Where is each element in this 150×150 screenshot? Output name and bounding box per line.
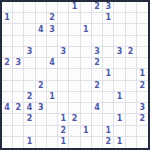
cell-r8c6[interactable] xyxy=(69,92,80,103)
cell-r7c6[interactable] xyxy=(69,81,80,92)
clue-cell-r4c5: 3 xyxy=(58,47,69,58)
cell-r10c7[interactable] xyxy=(81,114,92,125)
cell-r7c7[interactable] xyxy=(81,81,92,92)
cell-r3c12[interactable] xyxy=(137,36,148,47)
cell-r12c11[interactable] xyxy=(126,137,137,148)
cell-r4c9[interactable] xyxy=(103,47,114,58)
cell-r11c3[interactable] xyxy=(36,126,47,137)
clue-cell-r2c3: 4 xyxy=(36,24,47,35)
cell-r3c11[interactable] xyxy=(126,36,137,47)
cell-r0c1[interactable] xyxy=(13,2,24,13)
cell-r12c6[interactable] xyxy=(69,137,80,148)
clue-cell-r6c12: 1 xyxy=(137,69,148,80)
cell-r4c6[interactable] xyxy=(69,47,80,58)
clue-cell-r2c4: 3 xyxy=(47,24,58,35)
cell-r1c1[interactable] xyxy=(13,13,24,24)
cell-r10c9[interactable] xyxy=(103,114,114,125)
clue-cell-r8c10: 1 xyxy=(114,92,125,103)
cell-r3c9[interactable] xyxy=(103,36,114,47)
clue-cell-r5c8: 2 xyxy=(92,58,103,69)
clue-cell-r1c9: 1 xyxy=(103,13,114,24)
cell-r8c8[interactable] xyxy=(92,92,103,103)
cell-r0c0[interactable] xyxy=(2,2,13,13)
cell-r2c5[interactable] xyxy=(58,24,69,35)
cell-r0c7[interactable] xyxy=(81,2,92,13)
clue-cell-r10c10: 1 xyxy=(114,114,125,125)
clue-cell-r8c4: 1 xyxy=(47,92,58,103)
clue-cell-r0c8: 2 xyxy=(92,2,103,13)
cell-r7c2[interactable] xyxy=(24,81,35,92)
cell-r5c3[interactable] xyxy=(36,58,47,69)
cell-r12c0[interactable] xyxy=(2,137,13,148)
puzzle-board: 1231214313333223421122221142434321212211… xyxy=(0,0,150,150)
cell-r0c11[interactable] xyxy=(126,2,137,13)
cell-r1c10[interactable] xyxy=(114,13,125,24)
cell-r7c11[interactable] xyxy=(126,81,137,92)
clue-cell-r10c12: 2 xyxy=(137,114,148,125)
clue-cell-r7c8: 2 xyxy=(92,81,103,92)
cell-r2c0[interactable] xyxy=(2,24,13,35)
clue-cell-r11c7: 1 xyxy=(81,126,92,137)
cell-r8c3[interactable] xyxy=(36,92,47,103)
cell-r12c1[interactable] xyxy=(13,137,24,148)
cell-r0c2[interactable] xyxy=(24,2,35,13)
cell-r6c8[interactable] xyxy=(92,69,103,80)
cell-r1c3[interactable] xyxy=(36,13,47,24)
clue-cell-r7c3: 2 xyxy=(36,81,47,92)
cell-r5c9[interactable] xyxy=(103,58,114,69)
clue-cell-r9c0: 4 xyxy=(2,103,13,114)
clue-cell-r11c5: 2 xyxy=(58,126,69,137)
cell-r2c11[interactable] xyxy=(126,24,137,35)
clue-cell-r1c0: 1 xyxy=(2,13,13,24)
clue-cell-r5c4: 4 xyxy=(47,58,58,69)
cell-r3c4[interactable] xyxy=(47,36,58,47)
clue-cell-r12c5: 1 xyxy=(58,137,69,148)
cell-r12c4[interactable] xyxy=(47,137,58,148)
clue-cell-r4c10: 3 xyxy=(114,47,125,58)
cell-r11c6[interactable] xyxy=(69,126,80,137)
cell-r12c7[interactable] xyxy=(81,137,92,148)
cell-r9c6[interactable] xyxy=(69,103,80,114)
cell-r3c3[interactable] xyxy=(36,36,47,47)
cell-r5c12[interactable] xyxy=(137,58,148,69)
cell-r8c0[interactable] xyxy=(2,92,13,103)
cell-r5c5[interactable] xyxy=(58,58,69,69)
cell-r0c4[interactable] xyxy=(47,2,58,13)
cell-r1c6[interactable] xyxy=(69,13,80,24)
clue-cell-r10c5: 1 xyxy=(58,114,69,125)
cell-r11c12[interactable] xyxy=(137,126,148,137)
clue-cell-r5c1: 3 xyxy=(13,58,24,69)
cell-r10c3[interactable] xyxy=(36,114,47,125)
cell-r6c4[interactable] xyxy=(47,69,58,80)
cell-r6c5[interactable] xyxy=(58,69,69,80)
cell-r5c7[interactable] xyxy=(81,58,92,69)
clue-cell-r9c2: 4 xyxy=(24,103,35,114)
cell-r0c10[interactable] xyxy=(114,2,125,13)
clue-cell-r9c12: 3 xyxy=(137,103,148,114)
cell-r7c4[interactable] xyxy=(47,81,58,92)
clue-cell-r4c2: 3 xyxy=(24,47,35,58)
cell-r12c3[interactable] xyxy=(36,137,47,148)
clue-cell-r2c7: 1 xyxy=(81,24,92,35)
cell-r11c1[interactable] xyxy=(13,126,24,137)
clue-cell-r12c2: 1 xyxy=(24,137,35,148)
clue-cell-r10c2: 2 xyxy=(24,114,35,125)
cell-r9c10[interactable] xyxy=(114,103,125,114)
clue-cell-r6c9: 1 xyxy=(103,69,114,80)
cell-r10c1[interactable] xyxy=(13,114,24,125)
cell-r11c2[interactable] xyxy=(24,126,35,137)
cell-r8c1[interactable] xyxy=(13,92,24,103)
clue-cell-r1c4: 2 xyxy=(47,13,58,24)
cell-r8c7[interactable] xyxy=(81,92,92,103)
cell-r11c4[interactable] xyxy=(47,126,58,137)
cell-r9c11[interactable] xyxy=(126,103,137,114)
cell-r7c1[interactable] xyxy=(13,81,24,92)
cell-r1c12[interactable] xyxy=(137,13,148,24)
cell-r6c10[interactable] xyxy=(114,69,125,80)
cell-r11c0[interactable] xyxy=(2,126,13,137)
cell-r0c3[interactable] xyxy=(36,2,47,13)
cell-r2c8[interactable] xyxy=(92,24,103,35)
cell-r5c6[interactable] xyxy=(69,58,80,69)
clue-cell-r9c1: 2 xyxy=(13,103,24,114)
cell-r10c4[interactable] xyxy=(47,114,58,125)
cell-r3c7[interactable] xyxy=(81,36,92,47)
cell-r9c4[interactable] xyxy=(47,103,58,114)
clue-cell-r9c3: 3 xyxy=(36,103,47,114)
cell-r0c5[interactable] xyxy=(58,2,69,13)
cell-r9c5[interactable] xyxy=(58,103,69,114)
cell-r3c0[interactable] xyxy=(2,36,13,47)
cell-r2c9[interactable] xyxy=(103,24,114,35)
cell-r6c3[interactable] xyxy=(36,69,47,80)
cell-r3c10[interactable] xyxy=(114,36,125,47)
cell-r10c11[interactable] xyxy=(126,114,137,125)
clue-cell-r9c8: 4 xyxy=(92,103,103,114)
cell-r10c0[interactable] xyxy=(2,114,13,125)
clue-cell-r7c12: 2 xyxy=(137,81,148,92)
cell-r6c0[interactable] xyxy=(2,69,13,80)
cell-r1c11[interactable] xyxy=(126,13,137,24)
cell-r4c1[interactable] xyxy=(13,47,24,58)
cell-r11c11[interactable] xyxy=(126,126,137,137)
cell-r8c5[interactable] xyxy=(58,92,69,103)
cell-r9c9[interactable] xyxy=(103,103,114,114)
cell-r1c8[interactable] xyxy=(92,13,103,24)
cell-r1c2[interactable] xyxy=(24,13,35,24)
clue-cell-r4c8: 3 xyxy=(92,47,103,58)
cell-r8c12[interactable] xyxy=(137,92,148,103)
cell-r2c10[interactable] xyxy=(114,24,125,35)
clue-cell-r12c9: 2 xyxy=(103,137,114,148)
cell-r11c10[interactable] xyxy=(114,126,125,137)
cell-r3c6[interactable] xyxy=(69,36,80,47)
cell-r1c5[interactable] xyxy=(58,13,69,24)
cell-r3c5[interactable] xyxy=(58,36,69,47)
clue-cell-r4c11: 2 xyxy=(126,47,137,58)
cell-r6c7[interactable] xyxy=(81,69,92,80)
cell-r3c8[interactable] xyxy=(92,36,103,47)
cell-r6c2[interactable] xyxy=(24,69,35,80)
cell-r4c0[interactable] xyxy=(2,47,13,58)
cell-r0c12[interactable] xyxy=(137,2,148,13)
clue-cell-r5c0: 2 xyxy=(2,58,13,69)
cell-r7c9[interactable] xyxy=(103,81,114,92)
cell-r5c10[interactable] xyxy=(114,58,125,69)
cell-r7c10[interactable] xyxy=(114,81,125,92)
cell-r2c12[interactable] xyxy=(137,24,148,35)
cell-r11c8[interactable] xyxy=(92,126,103,137)
cell-r6c11[interactable] xyxy=(126,69,137,80)
cell-r2c2[interactable] xyxy=(24,24,35,35)
cell-r2c6[interactable] xyxy=(69,24,80,35)
cell-r4c3[interactable] xyxy=(36,47,47,58)
clue-cell-r0c6: 1 xyxy=(69,2,80,13)
cell-r10c8[interactable] xyxy=(92,114,103,125)
cell-r8c11[interactable] xyxy=(126,92,137,103)
cell-r6c6[interactable] xyxy=(69,69,80,80)
cell-r7c0[interactable] xyxy=(2,81,13,92)
cell-r4c4[interactable] xyxy=(47,47,58,58)
clue-cell-r11c9: 1 xyxy=(103,126,114,137)
cell-r7c5[interactable] xyxy=(58,81,69,92)
cell-r6c1[interactable] xyxy=(13,69,24,80)
cell-r5c2[interactable] xyxy=(24,58,35,69)
cell-r8c9[interactable] xyxy=(103,92,114,103)
clue-cell-r12c10: 1 xyxy=(114,137,125,148)
cell-r5c11[interactable] xyxy=(126,58,137,69)
clue-cell-r0c9: 3 xyxy=(103,2,114,13)
cell-r4c7[interactable] xyxy=(81,47,92,58)
cell-r3c1[interactable] xyxy=(13,36,24,47)
cell-r12c12[interactable] xyxy=(137,137,148,148)
cell-r3c2[interactable] xyxy=(24,36,35,47)
clue-cell-r8c2: 2 xyxy=(24,92,35,103)
cell-r2c1[interactable] xyxy=(13,24,24,35)
cell-r12c8[interactable] xyxy=(92,137,103,148)
puzzle-screenshot: 1231214313333223421122221142434321212211… xyxy=(0,0,150,150)
cell-r1c7[interactable] xyxy=(81,13,92,24)
cell-r4c12[interactable] xyxy=(137,47,148,58)
cell-r9c7[interactable] xyxy=(81,103,92,114)
clue-cell-r10c6: 2 xyxy=(69,114,80,125)
